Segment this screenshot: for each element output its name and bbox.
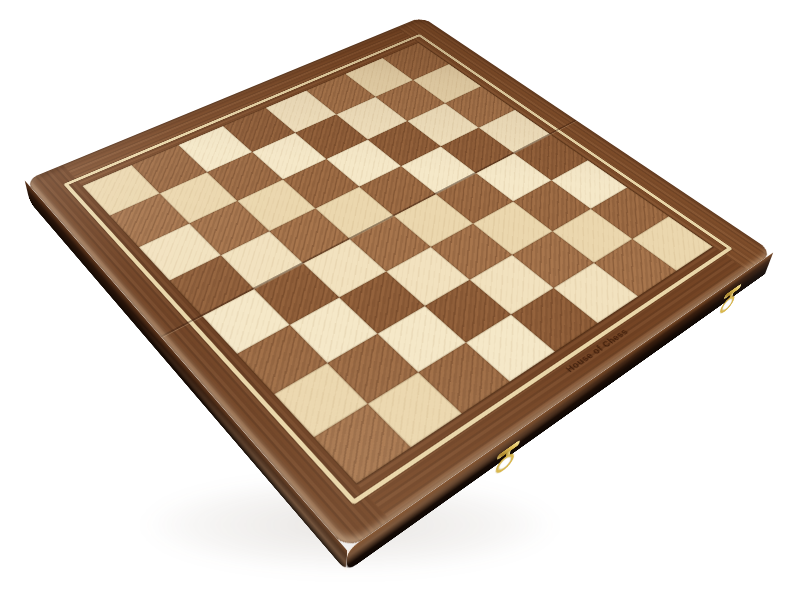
board-square	[202, 289, 289, 354]
board-square	[170, 255, 255, 316]
board-square	[378, 306, 466, 372]
board-square	[327, 334, 418, 404]
board-square	[425, 280, 511, 343]
board-square	[350, 216, 431, 272]
board-square	[511, 288, 598, 352]
board-square	[290, 297, 378, 363]
board-square	[274, 363, 367, 437]
board-square	[189, 201, 269, 255]
frame-rail-bottom	[25, 165, 391, 551]
board-square	[237, 325, 327, 394]
clasp-hook-ring	[495, 450, 516, 477]
board-square	[269, 208, 349, 263]
board-top-face: House of Chess	[25, 17, 773, 551]
board-square	[594, 239, 676, 296]
clasp-hook-ring	[718, 293, 736, 316]
board-square	[470, 255, 554, 315]
board-square	[314, 404, 411, 484]
board-square	[303, 239, 386, 297]
board-square	[368, 372, 462, 447]
photo-background: House of Chess	[0, 0, 800, 600]
board-square	[221, 231, 303, 289]
board-lean-wrapper: House of Chess	[0, 0, 800, 600]
board-square	[431, 224, 512, 280]
frame-rail-right	[357, 247, 748, 521]
board-square	[339, 272, 425, 334]
board-square	[466, 315, 555, 382]
board-square	[418, 343, 509, 414]
board-square	[554, 263, 638, 323]
board-square	[139, 223, 221, 280]
board-field	[82, 43, 712, 484]
board-square	[386, 247, 469, 306]
board-square	[254, 263, 339, 324]
board-square	[512, 231, 594, 288]
chess-board: House of Chess	[25, 17, 773, 551]
